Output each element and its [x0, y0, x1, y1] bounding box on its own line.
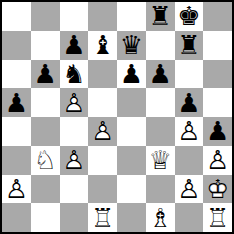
square-b4[interactable]	[31, 117, 60, 146]
square-e8[interactable]	[117, 2, 146, 31]
piece-black-rook[interactable]: ♜	[146, 2, 175, 31]
square-e5[interactable]	[117, 88, 146, 117]
chess-board: ♜♚♟♝♛♜♟♞♟♟♟♟♙♟♟♙♟♙♟♞♘♟♙♛♕♟♙♟♙♟♙♚♔♜♖♝♗♜♖	[0, 0, 234, 234]
square-g1[interactable]	[175, 203, 204, 232]
black-knight-glyph: ♞	[60, 60, 89, 89]
white-queen-glyph: ♕	[146, 146, 175, 175]
piece-white-pawn[interactable]: ♟♙	[175, 175, 204, 204]
black-rook-glyph: ♜	[146, 2, 175, 31]
square-a2[interactable]: ♟♙	[2, 175, 31, 204]
square-h2[interactable]: ♚♔	[203, 175, 232, 204]
square-b8[interactable]	[31, 2, 60, 31]
square-f2[interactable]	[146, 175, 175, 204]
square-d5[interactable]	[88, 88, 117, 117]
square-a4[interactable]	[2, 117, 31, 146]
black-pawn-glyph: ♟	[2, 88, 31, 117]
square-a3[interactable]	[2, 146, 31, 175]
black-king-glyph: ♚	[175, 2, 204, 31]
black-pawn-glyph: ♟	[203, 117, 232, 146]
square-c7[interactable]: ♟	[60, 31, 89, 60]
piece-black-pawn[interactable]: ♟	[31, 60, 60, 89]
square-d7[interactable]: ♝	[88, 31, 117, 60]
piece-white-rook[interactable]: ♜♖	[88, 203, 117, 232]
piece-white-pawn[interactable]: ♟♙	[203, 146, 232, 175]
piece-white-pawn[interactable]: ♟♙	[2, 175, 31, 204]
white-pawn-glyph: ♙	[60, 88, 89, 117]
square-h6[interactable]	[203, 60, 232, 89]
black-pawn-glyph: ♟	[175, 88, 204, 117]
square-h7[interactable]	[203, 31, 232, 60]
piece-black-knight[interactable]: ♞	[60, 60, 89, 89]
black-pawn-glyph: ♟	[31, 60, 60, 89]
piece-white-pawn[interactable]: ♟♙	[88, 117, 117, 146]
square-a6[interactable]	[2, 60, 31, 89]
white-pawn-glyph: ♙	[60, 146, 89, 175]
square-c2[interactable]	[60, 175, 89, 204]
white-pawn-glyph: ♙	[175, 117, 204, 146]
white-pawn-glyph: ♙	[175, 175, 204, 204]
square-g3[interactable]	[175, 146, 204, 175]
square-h4[interactable]: ♟	[203, 117, 232, 146]
square-g8[interactable]: ♚	[175, 2, 204, 31]
square-h1[interactable]: ♜♖	[203, 203, 232, 232]
white-rook-glyph: ♖	[88, 203, 117, 232]
square-d2[interactable]	[88, 175, 117, 204]
square-d6[interactable]	[88, 60, 117, 89]
square-f7[interactable]	[146, 31, 175, 60]
square-a5[interactable]: ♟	[2, 88, 31, 117]
square-a8[interactable]	[2, 2, 31, 31]
piece-black-pawn[interactable]: ♟	[117, 60, 146, 89]
piece-white-bishop[interactable]: ♝♗	[146, 203, 175, 232]
square-e2[interactable]	[117, 175, 146, 204]
piece-black-bishop[interactable]: ♝	[88, 31, 117, 60]
piece-black-pawn[interactable]: ♟	[146, 60, 175, 89]
white-pawn-glyph: ♙	[88, 117, 117, 146]
square-f1[interactable]: ♝♗	[146, 203, 175, 232]
piece-white-queen[interactable]: ♛♕	[146, 146, 175, 175]
white-bishop-glyph: ♗	[146, 203, 175, 232]
square-a1[interactable]	[2, 203, 31, 232]
piece-white-pawn[interactable]: ♟♙	[60, 88, 89, 117]
black-pawn-glyph: ♟	[146, 60, 175, 89]
square-e6[interactable]: ♟	[117, 60, 146, 89]
square-e3[interactable]	[117, 146, 146, 175]
piece-black-rook[interactable]: ♜	[175, 31, 204, 60]
square-f4[interactable]	[146, 117, 175, 146]
square-h3[interactable]: ♟♙	[203, 146, 232, 175]
square-e4[interactable]	[117, 117, 146, 146]
chess-diagram: ♜♚♟♝♛♜♟♞♟♟♟♟♙♟♟♙♟♙♟♞♘♟♙♛♕♟♙♟♙♟♙♚♔♜♖♝♗♜♖	[0, 0, 234, 234]
square-h8[interactable]	[203, 2, 232, 31]
square-d8[interactable]	[88, 2, 117, 31]
square-g4[interactable]: ♟♙	[175, 117, 204, 146]
square-h5[interactable]	[203, 88, 232, 117]
square-g5[interactable]: ♟	[175, 88, 204, 117]
square-e1[interactable]	[117, 203, 146, 232]
square-d4[interactable]: ♟♙	[88, 117, 117, 146]
white-pawn-glyph: ♙	[203, 146, 232, 175]
piece-black-queen[interactable]: ♛	[117, 31, 146, 60]
piece-black-pawn[interactable]: ♟	[60, 31, 89, 60]
square-g2[interactable]: ♟♙	[175, 175, 204, 204]
piece-white-king[interactable]: ♚♔	[203, 175, 232, 204]
square-g7[interactable]: ♜	[175, 31, 204, 60]
white-knight-glyph: ♘	[31, 146, 60, 175]
white-rook-glyph: ♖	[203, 203, 232, 232]
square-c6[interactable]: ♞	[60, 60, 89, 89]
black-bishop-glyph: ♝	[88, 31, 117, 60]
piece-white-rook[interactable]: ♜♖	[203, 203, 232, 232]
piece-white-knight[interactable]: ♞♘	[31, 146, 60, 175]
square-c1[interactable]	[60, 203, 89, 232]
square-b7[interactable]	[31, 31, 60, 60]
square-b6[interactable]: ♟	[31, 60, 60, 89]
square-c8[interactable]	[60, 2, 89, 31]
square-f8[interactable]: ♜	[146, 2, 175, 31]
square-b1[interactable]	[31, 203, 60, 232]
square-b3[interactable]: ♞♘	[31, 146, 60, 175]
square-f3[interactable]: ♛♕	[146, 146, 175, 175]
white-pawn-glyph: ♙	[2, 175, 31, 204]
square-b2[interactable]	[31, 175, 60, 204]
piece-black-king[interactable]: ♚	[175, 2, 204, 31]
white-king-glyph: ♔	[203, 175, 232, 204]
black-rook-glyph: ♜	[175, 31, 204, 60]
square-c3[interactable]: ♟♙	[60, 146, 89, 175]
square-f5[interactable]	[146, 88, 175, 117]
square-b5[interactable]	[31, 88, 60, 117]
piece-white-pawn[interactable]: ♟♙	[60, 146, 89, 175]
black-pawn-glyph: ♟	[117, 60, 146, 89]
square-a7[interactable]	[2, 31, 31, 60]
piece-white-pawn[interactable]: ♟♙	[175, 117, 204, 146]
square-f6[interactable]: ♟	[146, 60, 175, 89]
piece-black-pawn[interactable]: ♟	[175, 88, 204, 117]
piece-black-pawn[interactable]: ♟	[2, 88, 31, 117]
square-c4[interactable]	[60, 117, 89, 146]
black-queen-glyph: ♛	[117, 31, 146, 60]
piece-black-pawn[interactable]: ♟	[203, 117, 232, 146]
square-d1[interactable]: ♜♖	[88, 203, 117, 232]
square-c5[interactable]: ♟♙	[60, 88, 89, 117]
black-pawn-glyph: ♟	[60, 31, 89, 60]
square-d3[interactable]	[88, 146, 117, 175]
square-g6[interactable]	[175, 60, 204, 89]
square-e7[interactable]: ♛	[117, 31, 146, 60]
